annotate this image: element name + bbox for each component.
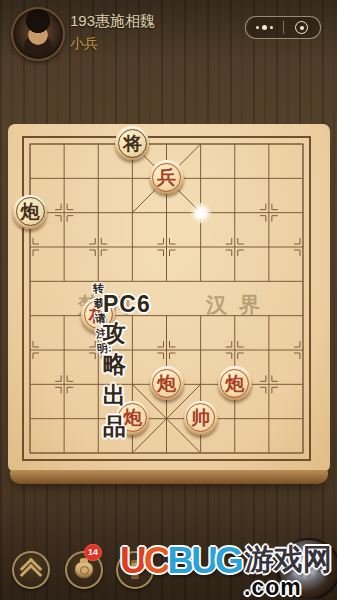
logo-ball (277, 538, 337, 600)
top-bar: 193惠施相魏 小兵 (0, 0, 337, 64)
badge-count: 14 (84, 544, 102, 561)
level-title: 193惠施相魏 (70, 12, 155, 31)
footer-extra-button[interactable] (116, 551, 154, 589)
piece-red-cannon[interactable]: 炮 (115, 401, 149, 435)
money-bag-icon (75, 562, 93, 578)
collapse-button[interactable] (12, 551, 50, 589)
more-icon[interactable] (246, 17, 283, 38)
minimize-icon[interactable] (284, 17, 321, 38)
piece-red-cannon[interactable]: 炮 (150, 366, 184, 400)
piece-red-elephant[interactable]: 相 (81, 298, 115, 332)
avatar[interactable] (11, 7, 65, 61)
piece-black-cannon[interactable]: 炮 (13, 195, 47, 229)
piece-red-soldier[interactable]: 兵 (150, 160, 184, 194)
wechat-capsule (245, 16, 321, 39)
piece-red-general[interactable]: 帅 (184, 401, 218, 435)
app-screen: 193惠施相魏 小兵 楚河汉界 将兵炮相炮炮炮帅 转载请注明: PC6攻略出品 … (0, 0, 337, 600)
piece-red-cannon[interactable]: 炮 (218, 366, 252, 400)
rank-label: 小兵 (70, 35, 98, 53)
scroll-icon (131, 560, 139, 579)
